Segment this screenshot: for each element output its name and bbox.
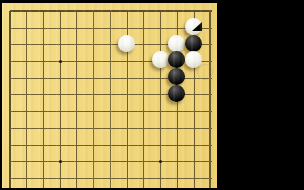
grid-line xyxy=(10,178,213,179)
go-board[interactable] xyxy=(2,3,217,188)
grid-line xyxy=(10,10,213,12)
stone-black-L10[interactable] xyxy=(168,51,185,68)
star-point xyxy=(59,60,62,63)
stone-black-L9[interactable] xyxy=(168,68,185,85)
stone-white-K10[interactable] xyxy=(152,51,169,68)
grid-line xyxy=(10,28,213,29)
stone-black-L8[interactable] xyxy=(168,85,185,102)
star-point xyxy=(159,160,162,163)
stone-black-M11[interactable] xyxy=(185,35,202,52)
ghost-stone-artifact xyxy=(197,64,213,80)
stone-white-L11[interactable] xyxy=(168,35,185,52)
triangle-marker-icon xyxy=(192,22,202,31)
stone-white-M12[interactable] xyxy=(185,18,202,35)
grid-line xyxy=(10,161,213,162)
grid-line xyxy=(10,128,213,129)
stone-white-H11[interactable] xyxy=(118,35,135,52)
grid-line xyxy=(10,145,213,146)
grid-line xyxy=(10,111,213,112)
star-point xyxy=(59,160,62,163)
video-frame xyxy=(0,0,304,190)
